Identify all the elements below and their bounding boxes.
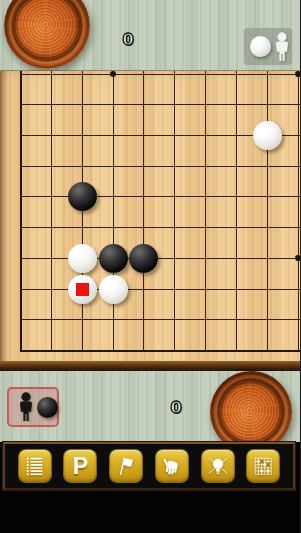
star-point	[295, 71, 300, 77]
moves-list-button[interactable]	[19, 450, 51, 482]
black-player-box-turn-highlight	[7, 387, 59, 427]
black-stone-icon	[37, 397, 58, 418]
board-bottom-edge	[0, 361, 300, 371]
app-screen: 0 0	[0, 0, 300, 533]
grid-line-vertical	[20, 71, 22, 351]
hand-icon	[161, 455, 183, 477]
go-board[interactable]	[0, 70, 300, 371]
grid-line-horizontal	[20, 350, 301, 352]
stop-button[interactable]	[156, 450, 188, 482]
white-stone-C4	[68, 244, 97, 273]
grid-line-vertical	[82, 71, 83, 351]
white-stone-bowl	[4, 0, 90, 69]
white-stone-icon	[250, 36, 271, 57]
list-icon	[24, 455, 46, 477]
board-overview-button[interactable]	[247, 450, 279, 482]
grid-line-vertical	[236, 71, 237, 351]
bulb-icon	[207, 455, 229, 477]
toolbar-panel: P	[3, 442, 295, 490]
black-captures-count: 0	[167, 398, 185, 417]
star-point	[295, 255, 300, 261]
grid-line-vertical	[205, 71, 206, 351]
white-captures-count: 0	[119, 30, 137, 49]
white-player-box	[243, 27, 293, 66]
pass-P-label: P	[73, 455, 88, 478]
grid-line-vertical	[174, 71, 175, 351]
grid-line-vertical	[267, 71, 268, 351]
hint-button[interactable]	[202, 450, 234, 482]
board-wood	[0, 71, 300, 361]
grid-line-horizontal	[20, 196, 301, 197]
go-board-icon	[252, 455, 274, 477]
white-stone-J8	[253, 121, 282, 150]
human-player-icon	[271, 32, 293, 62]
bottom-bar-area: P	[0, 442, 300, 533]
grid-line-horizontal	[20, 166, 301, 167]
human-player-icon	[15, 392, 37, 422]
resign-button[interactable]	[110, 450, 142, 482]
grid-line-horizontal	[20, 74, 301, 75]
grid-line-vertical	[51, 71, 52, 351]
grid-line-vertical	[298, 71, 299, 351]
grid-line-horizontal	[20, 104, 301, 105]
grid-line-horizontal	[20, 258, 301, 259]
white-stone-D3	[99, 275, 128, 304]
grid-line-vertical	[113, 71, 114, 351]
black-stone-bowl	[210, 371, 292, 453]
pass-button[interactable]: P	[64, 450, 96, 482]
board-left-edge	[0, 71, 8, 361]
grid-line-horizontal	[20, 227, 301, 228]
grid-line-vertical	[143, 71, 144, 351]
grid-line-horizontal	[20, 289, 301, 290]
flag-icon	[115, 455, 137, 477]
black-stone-C6	[68, 182, 97, 211]
white-stone-C3	[68, 275, 97, 304]
last-move-marker	[76, 283, 89, 296]
black-stone-D4	[99, 244, 128, 273]
grid-line-horizontal	[20, 319, 301, 320]
